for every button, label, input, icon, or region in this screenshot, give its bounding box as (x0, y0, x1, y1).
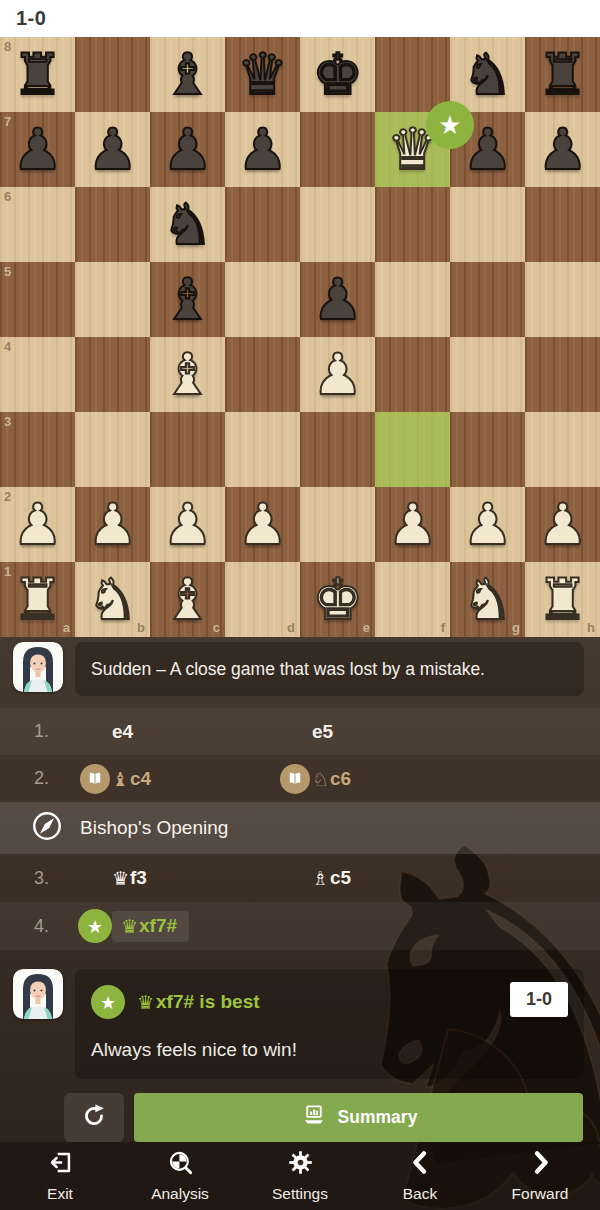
coach-avatar (13, 969, 63, 1019)
rank-label: 7 (4, 114, 11, 129)
square-b1[interactable]: ♞b (75, 562, 150, 637)
black-move-cell: ♘c6 (278, 764, 478, 794)
square-g5[interactable] (450, 262, 525, 337)
best-move-star-badge: ★ (426, 101, 474, 149)
best-move-star-icon: ★ (78, 909, 112, 943)
white-pawn: ♟ (75, 487, 150, 562)
square-h4[interactable] (525, 337, 600, 412)
nav-label: Forward (512, 1185, 569, 1203)
file-label: d (287, 620, 295, 635)
black-knight: ♞ (150, 187, 225, 262)
nav-exit[interactable]: Exit (0, 1142, 120, 1210)
coach-comment-row-top: Sudden – A close game that was lost by a… (0, 637, 600, 696)
best-move-text: ♛xf7# is best (137, 991, 260, 1013)
file-label: c (213, 620, 220, 635)
square-c3[interactable] (150, 412, 225, 487)
black-pawn: ♟ (300, 262, 375, 337)
square-f5[interactable] (375, 262, 450, 337)
white-move-cell: ♝c4 (78, 764, 278, 794)
queen-piece-glyph: ♛ (121, 915, 138, 937)
white-bishop: ♝ (150, 337, 225, 412)
rank-label: 1 (4, 564, 11, 579)
nav-analysis[interactable]: Analysis (120, 1142, 240, 1210)
black-rook: ♜ (525, 37, 600, 112)
rank-label: 3 (4, 414, 11, 429)
square-b7[interactable]: ♟ (75, 112, 150, 187)
black-pawn: ♟ (525, 112, 600, 187)
best-move-star-icon: ★ (91, 985, 125, 1019)
square-h8[interactable]: ♜ (525, 37, 600, 112)
rank-label: 8 (4, 39, 11, 54)
chevron-left-icon (407, 1149, 434, 1180)
nav-back[interactable]: Back (360, 1142, 480, 1210)
best-move-line: ★ ♛xf7# is best (91, 985, 568, 1019)
square-d2[interactable]: ♟ (225, 487, 300, 562)
square-f6[interactable] (375, 187, 450, 262)
white-pawn: ♟ (525, 487, 600, 562)
black-queen: ♛ (225, 37, 300, 112)
move-number: 2. (0, 768, 78, 789)
square-f4[interactable] (375, 337, 450, 412)
nav-label: Analysis (151, 1185, 209, 1203)
square-d4[interactable] (225, 337, 300, 412)
white-pawn: ♟ (450, 487, 525, 562)
opening-name: Bishop's Opening (80, 817, 228, 839)
square-e5[interactable]: ♟ (300, 262, 375, 337)
move-number: 4. (0, 916, 78, 937)
black-bishop: ♝ (150, 37, 225, 112)
exit-icon (47, 1149, 74, 1180)
move-white-4[interactable]: ♛xf7# (112, 911, 189, 942)
square-g3[interactable] (450, 412, 525, 487)
square-f3[interactable] (375, 412, 450, 487)
white-pawn: ♟ (225, 487, 300, 562)
file-label: b (137, 620, 145, 635)
square-a3[interactable]: 3 (0, 412, 75, 487)
title-bar: 1-0 (0, 0, 600, 37)
queen-piece-glyph: ♛ (137, 991, 154, 1013)
square-d1[interactable]: d (225, 562, 300, 637)
square-a1[interactable]: ♜1a (0, 562, 75, 637)
square-d8[interactable]: ♛ (225, 37, 300, 112)
bishop-piece-glyph: ♝ (112, 768, 129, 790)
opening-name-row: Bishop's Opening (0, 802, 600, 854)
square-a2[interactable]: ♟2 (0, 487, 75, 562)
square-h2[interactable]: ♟ (525, 487, 600, 562)
square-g2[interactable]: ♟ (450, 487, 525, 562)
white-pawn: ♟ (0, 487, 75, 562)
compass-icon (30, 809, 64, 847)
square-d3[interactable] (225, 412, 300, 487)
square-f1[interactable]: f (375, 562, 450, 637)
move-black-1[interactable]: e5 (312, 721, 333, 743)
nav-settings[interactable]: Settings (240, 1142, 360, 1210)
rank-label: 2 (4, 489, 11, 504)
square-e3[interactable] (300, 412, 375, 487)
square-c7[interactable]: ♟ (150, 112, 225, 187)
summary-report-icon (300, 1102, 328, 1134)
square-e6[interactable] (300, 187, 375, 262)
square-a4[interactable]: 4 (0, 337, 75, 412)
coach-message-text: Sudden – A close game that was lost by a… (91, 659, 485, 680)
square-g8[interactable]: ♞ (450, 37, 525, 112)
black-king: ♚ (300, 37, 375, 112)
black-pawn: ♟ (75, 112, 150, 187)
white-pawn: ♟ (375, 487, 450, 562)
knight-piece-glyph: ♘ (312, 768, 329, 790)
file-label: g (512, 620, 520, 635)
bishop-piece-glyph: ♗ (312, 867, 329, 889)
square-d6[interactable] (225, 187, 300, 262)
summary-button[interactable]: Summary (134, 1093, 583, 1142)
square-c4[interactable]: ♝ (150, 337, 225, 412)
square-b5[interactable] (75, 262, 150, 337)
book-move-icon (80, 764, 110, 794)
square-g1[interactable]: ♞g (450, 562, 525, 637)
move-black-2[interactable]: ♘c6 (312, 768, 351, 790)
black-move-cell: ♗c5 (278, 867, 478, 889)
move-number: 1. (0, 721, 78, 742)
square-h1[interactable]: ♜h (525, 562, 600, 637)
square-b8[interactable] (75, 37, 150, 112)
square-e1[interactable]: ♚e (300, 562, 375, 637)
square-b2[interactable]: ♟ (75, 487, 150, 562)
black-rook: ♜ (0, 37, 75, 112)
square-a8[interactable]: ♜8 (0, 37, 75, 112)
chess-board: ♜8♝♛♚♞♜♟7♟♟♟♛♟♟6♞5♝♟4♝♟3♟2♟♟♟♟♟♟♜1a♞b♝cd… (0, 37, 600, 637)
move-white-3[interactable]: ♛f3 (112, 867, 147, 889)
file-label: a (63, 620, 70, 635)
black-pawn: ♟ (0, 112, 75, 187)
square-g4[interactable] (450, 337, 525, 412)
queen-piece-glyph: ♛ (112, 867, 129, 889)
square-e2[interactable] (300, 487, 375, 562)
retry-button[interactable] (64, 1093, 124, 1142)
move-black-3[interactable]: ♗c5 (312, 867, 351, 889)
file-label: f (441, 620, 445, 635)
move-white-2[interactable]: ♝c4 (112, 768, 151, 790)
black-bishop: ♝ (150, 262, 225, 337)
white-move-cell: ★ ♛xf7# (78, 909, 278, 943)
bottom-nav-bar: Exit Analysis (0, 1142, 600, 1210)
summary-button-label: Summary (338, 1107, 418, 1128)
square-f2[interactable]: ♟ (375, 487, 450, 562)
nav-forward[interactable]: Forward (480, 1142, 600, 1210)
rank-label: 6 (4, 189, 11, 204)
square-a7[interactable]: ♟7 (0, 112, 75, 187)
coach-closing-message: Always feels nice to win! (91, 1039, 568, 1061)
square-g6[interactable] (450, 187, 525, 262)
square-h7[interactable]: ♟ (525, 112, 600, 187)
analysis-magnifier-icon (167, 1149, 194, 1180)
chevron-right-icon (527, 1149, 554, 1180)
rank-label: 5 (4, 264, 11, 279)
square-c1[interactable]: ♝c (150, 562, 225, 637)
coach-message-bubble: Sudden – A close game that was lost by a… (75, 642, 584, 696)
nav-label: Settings (272, 1185, 328, 1203)
coach-analysis-bubble: ★ ♛xf7# is best 1-0 Always feels nice to… (75, 969, 584, 1079)
move-list: 1. e4 e5 2. (0, 708, 600, 950)
file-label: e (363, 620, 370, 635)
square-d7[interactable]: ♟ (225, 112, 300, 187)
square-f8[interactable] (375, 37, 450, 112)
coach-avatar (13, 642, 63, 692)
move-row-1: 1. e4 e5 (0, 708, 600, 755)
square-e8[interactable]: ♚ (300, 37, 375, 112)
move-row-3: 3. ♛f3 ♗c5 (0, 854, 600, 902)
black-knight: ♞ (450, 37, 525, 112)
move-number: 3. (0, 868, 78, 889)
white-move-cell: ♛f3 (78, 867, 278, 889)
square-c6[interactable]: ♞ (150, 187, 225, 262)
book-move-icon (280, 764, 310, 794)
refresh-icon (80, 1102, 108, 1134)
file-label: h (587, 620, 595, 635)
black-move-cell: e5 (278, 721, 478, 743)
analysis-panel: ♞ ♟ Sudden – A c (0, 637, 600, 1210)
square-c5[interactable]: ♝ (150, 262, 225, 337)
action-buttons-row: Summary (0, 1093, 600, 1142)
square-e7[interactable] (300, 112, 375, 187)
game-result-title: 1-0 (16, 7, 46, 30)
move-row-4: 4. ★ ♛xf7# (0, 902, 600, 950)
move-row-2: 2. ♝c4 (0, 755, 600, 802)
square-c8[interactable]: ♝ (150, 37, 225, 112)
result-badge: 1-0 (510, 982, 568, 1017)
square-d5[interactable] (225, 262, 300, 337)
square-b6[interactable] (75, 187, 150, 262)
square-h5[interactable] (525, 262, 600, 337)
square-e4[interactable]: ♟ (300, 337, 375, 412)
square-h6[interactable] (525, 187, 600, 262)
square-b3[interactable] (75, 412, 150, 487)
white-move-cell: e4 (78, 721, 278, 743)
white-pawn: ♟ (150, 487, 225, 562)
nav-label: Back (403, 1185, 437, 1203)
move-white-1[interactable]: e4 (112, 721, 133, 743)
black-pawn: ♟ (150, 112, 225, 187)
white-pawn: ♟ (300, 337, 375, 412)
square-h3[interactable] (525, 412, 600, 487)
black-pawn: ♟ (225, 112, 300, 187)
square-a6[interactable]: 6 (0, 187, 75, 262)
square-c2[interactable]: ♟ (150, 487, 225, 562)
gear-icon (287, 1149, 314, 1180)
square-a5[interactable]: 5 (0, 262, 75, 337)
square-b4[interactable] (75, 337, 150, 412)
rank-label: 4 (4, 339, 11, 354)
coach-comment-row-bottom: ★ ♛xf7# is best 1-0 Always feels nice to… (0, 964, 600, 1079)
nav-label: Exit (47, 1185, 73, 1203)
